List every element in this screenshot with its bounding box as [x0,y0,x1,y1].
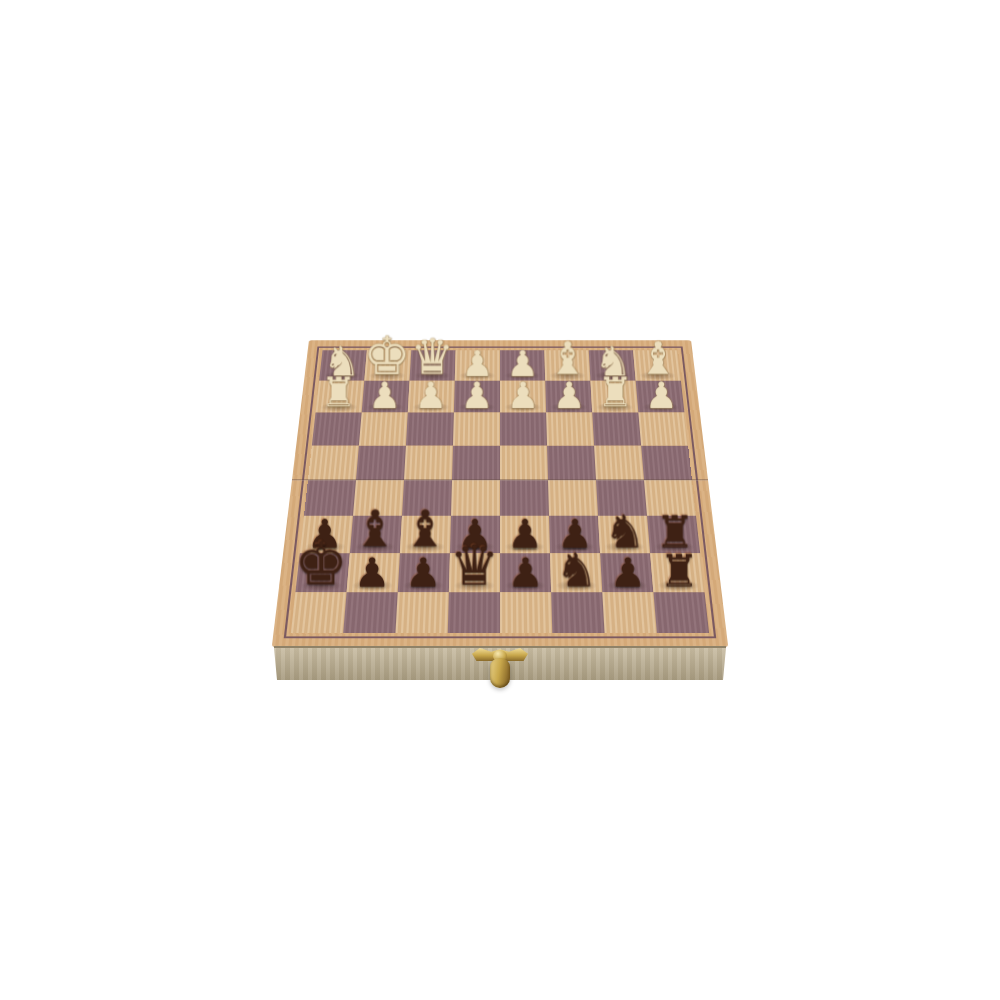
square-c2: ♟ [398,553,450,592]
clasp-latch [490,658,510,688]
square-c3: ♝ [400,516,451,553]
square-a2: ♚ [295,553,349,592]
dark-bishop-b3: ♝ [352,506,397,554]
square-f1 [551,592,604,633]
square-f6 [546,413,594,446]
square-e2: ♟ [500,553,551,592]
dark-pawn-c2: ♟ [405,554,441,592]
board-grid: ♞♚♛♟♟♝♞♝♜♟♟♟♟♟♜♟♟♝♝♟♟♟♞♜♚♟♟♛♟♞♟♜ [291,350,709,633]
square-f5 [547,446,596,480]
square-h1 [653,592,709,633]
square-d5 [452,446,500,480]
square-g6 [592,413,641,446]
square-e5 [500,446,548,480]
square-d2: ♛ [449,553,500,592]
dark-pawn-e2: ♟ [507,554,543,592]
dark-knight-g3: ♞ [605,510,646,554]
square-d6 [453,413,500,446]
dark-bishop-c3: ♝ [402,506,447,554]
square-b3: ♝ [350,516,402,553]
chess-board: ♞♚♛♟♟♝♞♝♜♟♟♟♟♟♜♟♟♝♝♟♟♟♞♜♚♟♟♛♟♞♟♜ [272,340,728,647]
square-e7: ♟ [500,381,546,413]
square-a4 [304,480,356,516]
square-f7: ♟ [545,381,592,413]
product-photo-background: ♞♚♛♟♟♝♞♝♜♟♟♟♟♟♜♟♟♝♝♟♟♟♞♜♚♟♟♛♟♞♟♜ [0,0,1000,1000]
square-d7: ♟ [454,381,500,413]
light-rook-a7: ♜ [321,374,357,412]
square-b6 [359,413,408,446]
square-b1 [343,592,398,633]
square-f4 [548,480,598,516]
light-pawn-e7: ♟ [507,378,540,413]
square-a7: ♜ [316,381,365,413]
dark-pawn-e3: ♟ [507,516,543,554]
square-e1 [500,592,552,633]
square-g7: ♜ [590,381,638,413]
board-frame-pinstripe: ♞♚♛♟♟♝♞♝♜♟♟♟♟♟♜♟♟♝♝♟♟♟♞♜♚♟♟♛♟♞♟♜ [284,346,717,638]
light-rook-g7: ♜ [597,374,633,412]
light-pawn-d7: ♟ [461,378,494,413]
square-d4 [451,480,500,516]
square-b2: ♟ [347,553,400,592]
square-c7: ♟ [408,381,455,413]
brass-clasp-icon [470,644,530,692]
dark-knight-f2: ♞ [556,548,598,593]
dark-rook-h2: ♜ [659,550,699,592]
square-g5 [594,446,644,480]
square-c6 [406,413,454,446]
square-e3: ♟ [500,516,550,553]
square-b5 [356,446,406,480]
light-pawn-f7: ♟ [553,378,586,413]
fold-seam [292,479,708,481]
dark-pawn-b2: ♟ [354,554,390,592]
board-scene: ♞♚♛♟♟♝♞♝♜♟♟♟♟♟♜♟♟♝♝♟♟♟♞♜♚♟♟♛♟♞♟♜ [292,272,708,688]
square-d1 [448,592,500,633]
square-g3: ♞ [598,516,650,553]
square-f2: ♞ [550,553,602,592]
square-a5 [308,446,359,480]
square-a6 [312,413,362,446]
square-g2: ♟ [600,553,653,592]
light-pawn-b7: ♟ [368,378,401,413]
square-c5 [404,446,453,480]
square-g1 [602,592,657,633]
square-h7: ♟ [636,381,685,413]
square-b7: ♟ [362,381,410,413]
square-c1 [395,592,448,633]
light-pawn-c7: ♟ [414,378,447,413]
dark-pawn-g2: ♟ [610,554,646,592]
square-h5 [641,446,692,480]
square-e4 [500,480,549,516]
light-pawn-h7: ♟ [645,378,678,413]
dark-king-a2: ♚ [294,536,347,593]
square-h2: ♜ [650,553,704,592]
square-a1 [291,592,347,633]
square-e6 [500,413,547,446]
dark-queen-d2: ♛ [450,540,500,593]
square-h6 [638,413,688,446]
